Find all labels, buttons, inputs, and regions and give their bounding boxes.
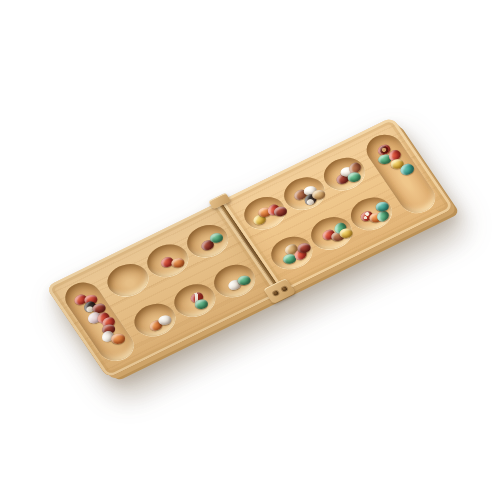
- stone-yellow: [339, 228, 353, 238]
- stone-orange: [171, 258, 185, 268]
- pit-front-3[interactable]: [207, 259, 261, 303]
- product-photo-background: [0, 0, 500, 500]
- stone-green: [347, 172, 361, 182]
- pit-back-3[interactable]: [180, 219, 234, 263]
- stone-tan: [312, 190, 326, 200]
- stone-green: [195, 299, 209, 309]
- stone-teal: [375, 202, 389, 212]
- stone-orange: [111, 333, 126, 344]
- pit-front-6[interactable]: [344, 191, 398, 235]
- stone-green: [237, 275, 251, 285]
- screw-icon: [280, 286, 287, 292]
- mancala-board: [46, 117, 454, 378]
- screw-icon: [272, 290, 279, 296]
- board-shadow: [0, 0, 500, 500]
- stone-darkred: [274, 207, 288, 217]
- stone-white: [158, 315, 172, 325]
- stone-darkred: [297, 243, 311, 253]
- pit-back-6[interactable]: [317, 152, 371, 196]
